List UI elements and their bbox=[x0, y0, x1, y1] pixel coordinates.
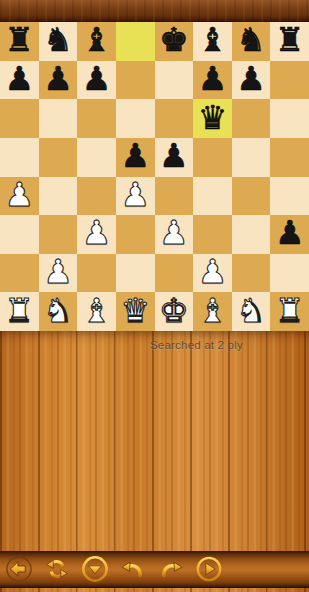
square-e3[interactable]: ♟ bbox=[155, 215, 194, 254]
piece-black-pawn: ♟ bbox=[43, 61, 73, 98]
square-f3[interactable] bbox=[193, 215, 232, 254]
square-d5[interactable]: ♟ bbox=[116, 138, 155, 177]
redo-arrow-icon bbox=[154, 552, 188, 586]
piece-white-knight: ♞ bbox=[236, 292, 266, 329]
piece-black-rook: ♜ bbox=[275, 22, 305, 59]
square-g1[interactable]: ♞ bbox=[232, 292, 271, 331]
piece-black-king: ♚ bbox=[159, 22, 189, 59]
square-g5[interactable] bbox=[232, 138, 271, 177]
piece-white-pawn: ♟ bbox=[198, 254, 228, 291]
chess-app-screen: ♜♞♝♚♝♞♜♟♟♟♟♟♛♟♟♟♟♟♟♟♟♟♜♞♝♛♚♝♞♜ Searched … bbox=[0, 0, 309, 592]
square-b5[interactable] bbox=[39, 138, 78, 177]
piece-white-pawn: ♟ bbox=[43, 254, 73, 291]
square-d4[interactable]: ♟ bbox=[116, 177, 155, 216]
piece-white-rook: ♜ bbox=[275, 292, 305, 329]
piece-white-rook: ♜ bbox=[5, 292, 35, 329]
square-f2[interactable]: ♟ bbox=[193, 254, 232, 293]
square-c8[interactable]: ♝ bbox=[77, 22, 116, 61]
square-a5[interactable] bbox=[0, 138, 39, 177]
undo-button[interactable] bbox=[114, 551, 152, 588]
piece-black-bishop: ♝ bbox=[198, 22, 228, 59]
square-a7[interactable]: ♟ bbox=[0, 61, 39, 100]
square-h7[interactable] bbox=[270, 61, 309, 100]
square-e2[interactable] bbox=[155, 254, 194, 293]
flip-arrows-icon bbox=[40, 552, 74, 586]
square-a8[interactable]: ♜ bbox=[0, 22, 39, 61]
chess-board: ♜♞♝♚♝♞♜♟♟♟♟♟♛♟♟♟♟♟♟♟♟♟♜♞♝♛♚♝♞♜ bbox=[0, 22, 309, 331]
piece-black-pawn: ♟ bbox=[120, 138, 150, 175]
square-a4[interactable]: ♟ bbox=[0, 177, 39, 216]
piece-black-pawn: ♟ bbox=[275, 215, 305, 252]
piece-white-king: ♚ bbox=[159, 292, 189, 329]
square-h5[interactable] bbox=[270, 138, 309, 177]
piece-black-rook: ♜ bbox=[5, 22, 35, 59]
square-f4[interactable] bbox=[193, 177, 232, 216]
square-d1[interactable]: ♛ bbox=[116, 292, 155, 331]
square-d3[interactable] bbox=[116, 215, 155, 254]
square-f6[interactable]: ♛ bbox=[193, 99, 232, 138]
piece-black-knight: ♞ bbox=[43, 22, 73, 59]
square-h6[interactable] bbox=[270, 99, 309, 138]
square-f8[interactable]: ♝ bbox=[193, 22, 232, 61]
square-d2[interactable] bbox=[116, 254, 155, 293]
square-a6[interactable] bbox=[0, 99, 39, 138]
engine-status-text: Searched at 2 ply bbox=[150, 339, 243, 351]
square-a3[interactable] bbox=[0, 215, 39, 254]
piece-black-bishop: ♝ bbox=[82, 22, 112, 59]
piece-black-pawn: ♟ bbox=[236, 61, 266, 98]
back-button[interactable] bbox=[0, 551, 38, 588]
square-h3[interactable]: ♟ bbox=[270, 215, 309, 254]
piece-black-pawn: ♟ bbox=[159, 138, 189, 175]
square-h8[interactable]: ♜ bbox=[270, 22, 309, 61]
square-c6[interactable] bbox=[77, 99, 116, 138]
square-b2[interactable]: ♟ bbox=[39, 254, 78, 293]
piece-black-pawn: ♟ bbox=[5, 61, 35, 98]
square-d6[interactable] bbox=[116, 99, 155, 138]
square-a1[interactable]: ♜ bbox=[0, 292, 39, 331]
piece-black-pawn: ♟ bbox=[198, 61, 228, 98]
square-e8[interactable]: ♚ bbox=[155, 22, 194, 61]
square-f1[interactable]: ♝ bbox=[193, 292, 232, 331]
square-c1[interactable]: ♝ bbox=[77, 292, 116, 331]
chevron-down-circle-icon bbox=[78, 552, 112, 586]
square-e4[interactable] bbox=[155, 177, 194, 216]
square-h1[interactable]: ♜ bbox=[270, 292, 309, 331]
redo-button[interactable] bbox=[152, 551, 190, 588]
piece-white-pawn: ♟ bbox=[159, 215, 189, 252]
square-c3[interactable]: ♟ bbox=[77, 215, 116, 254]
square-b3[interactable] bbox=[39, 215, 78, 254]
play-circle-icon bbox=[192, 552, 226, 586]
piece-white-knight: ♞ bbox=[43, 292, 73, 329]
piece-black-queen: ♛ bbox=[198, 99, 228, 136]
square-c4[interactable] bbox=[77, 177, 116, 216]
square-c2[interactable] bbox=[77, 254, 116, 293]
square-c7[interactable]: ♟ bbox=[77, 61, 116, 100]
square-d7[interactable] bbox=[116, 61, 155, 100]
flip-board-button[interactable] bbox=[38, 551, 76, 588]
bottom-toolbar bbox=[0, 551, 309, 588]
square-g7[interactable]: ♟ bbox=[232, 61, 271, 100]
piece-black-knight: ♞ bbox=[236, 22, 266, 59]
square-g2[interactable] bbox=[232, 254, 271, 293]
piece-black-pawn: ♟ bbox=[82, 61, 112, 98]
square-b6[interactable] bbox=[39, 99, 78, 138]
undo-arrow-icon bbox=[116, 552, 150, 586]
piece-white-bishop: ♝ bbox=[198, 292, 228, 329]
play-button[interactable] bbox=[190, 551, 228, 588]
square-e7[interactable] bbox=[155, 61, 194, 100]
square-c5[interactable] bbox=[77, 138, 116, 177]
square-g6[interactable] bbox=[232, 99, 271, 138]
square-e6[interactable] bbox=[155, 99, 194, 138]
square-e1[interactable]: ♚ bbox=[155, 292, 194, 331]
square-b4[interactable] bbox=[39, 177, 78, 216]
piece-white-pawn: ♟ bbox=[82, 215, 112, 252]
top-wood-frame bbox=[0, 0, 309, 22]
piece-white-pawn: ♟ bbox=[120, 177, 150, 214]
square-g4[interactable] bbox=[232, 177, 271, 216]
square-b8[interactable]: ♞ bbox=[39, 22, 78, 61]
square-d8[interactable] bbox=[116, 22, 155, 61]
square-g8[interactable]: ♞ bbox=[232, 22, 271, 61]
square-f7[interactable]: ♟ bbox=[193, 61, 232, 100]
square-e5[interactable]: ♟ bbox=[155, 138, 194, 177]
square-a2[interactable] bbox=[0, 254, 39, 293]
piece-white-pawn: ♟ bbox=[5, 177, 35, 214]
square-g3[interactable] bbox=[232, 215, 271, 254]
square-f5[interactable] bbox=[193, 138, 232, 177]
hide-panel-button[interactable] bbox=[76, 551, 114, 588]
square-b1[interactable]: ♞ bbox=[39, 292, 78, 331]
piece-white-bishop: ♝ bbox=[82, 292, 112, 329]
piece-white-queen: ♛ bbox=[120, 292, 150, 329]
square-h2[interactable] bbox=[270, 254, 309, 293]
square-h4[interactable] bbox=[270, 177, 309, 216]
square-b7[interactable]: ♟ bbox=[39, 61, 78, 100]
back-arrow-icon bbox=[2, 552, 36, 586]
